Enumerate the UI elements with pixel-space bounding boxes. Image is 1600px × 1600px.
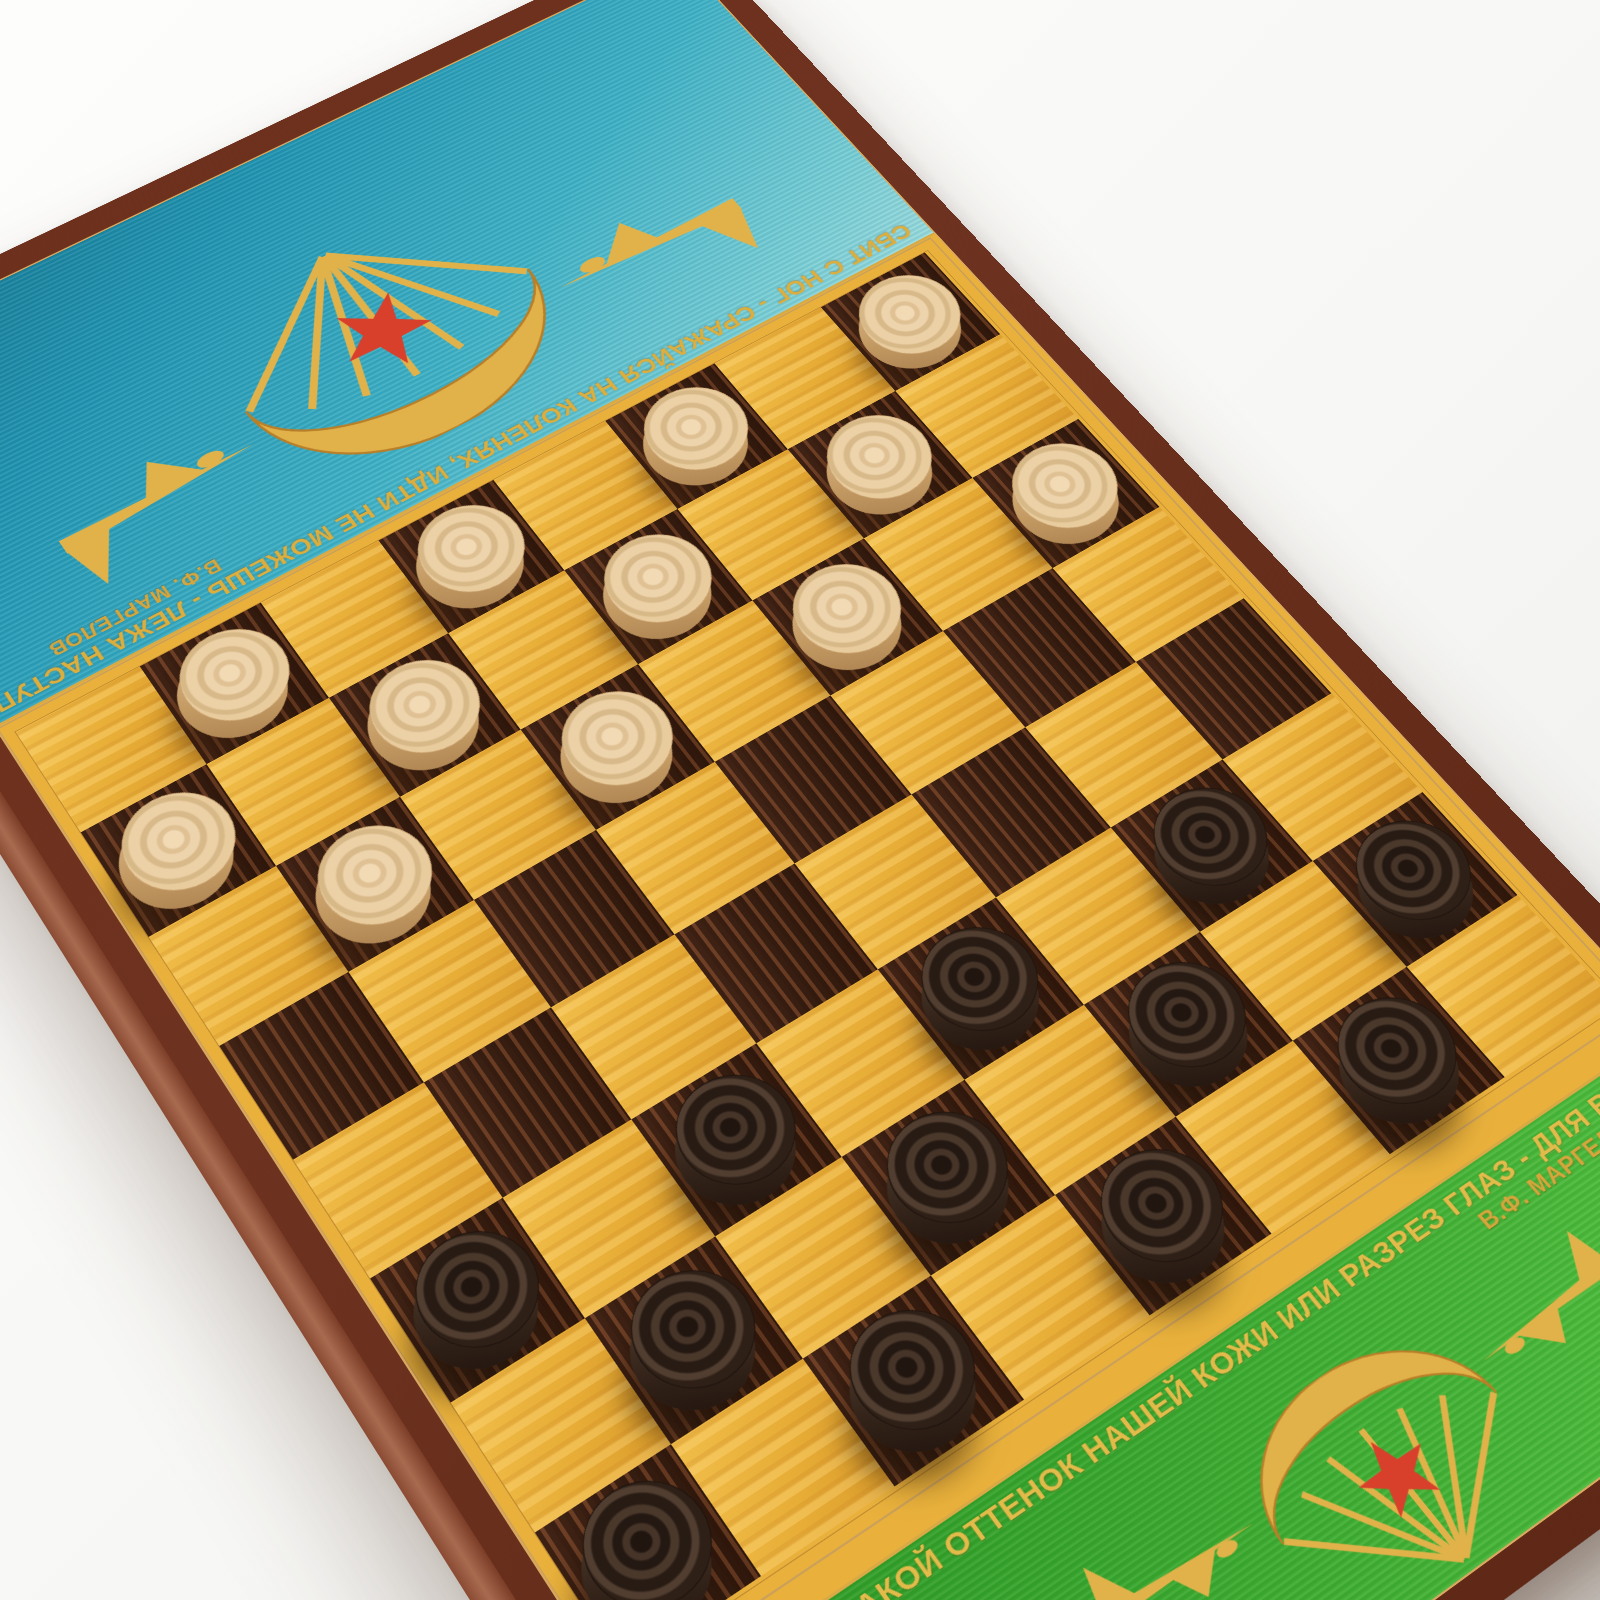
black-checker[interactable] xyxy=(1105,950,1271,1097)
square-g5[interactable] xyxy=(424,1007,631,1197)
board-print-area: СБИТ С НОГ - СРАЖАЙСЯ НА КОЛЕНЯХ, ИДТИ Н… xyxy=(0,0,1600,1600)
checker-side xyxy=(557,1479,737,1600)
square-e6[interactable] xyxy=(756,969,964,1157)
square-a7[interactable] xyxy=(1313,792,1518,967)
checker-top xyxy=(101,774,256,911)
checker-top xyxy=(1076,1128,1248,1285)
checker-top xyxy=(558,1456,737,1600)
checker-top xyxy=(653,1054,820,1207)
checker-side xyxy=(295,824,453,964)
square-g7[interactable] xyxy=(585,1236,803,1444)
square-e4[interactable] xyxy=(596,762,795,935)
checker-side xyxy=(652,1073,819,1227)
checker-side xyxy=(390,1229,561,1392)
checker-side xyxy=(606,1268,780,1434)
square-h8[interactable] xyxy=(535,1444,761,1600)
checker-top xyxy=(898,907,1061,1051)
checker-top xyxy=(825,1287,1000,1454)
checker-top xyxy=(1104,942,1270,1088)
black-checker[interactable] xyxy=(558,1466,738,1600)
checker-side xyxy=(863,1110,1033,1266)
square-f7[interactable] xyxy=(715,1157,931,1359)
black-checker[interactable] xyxy=(607,1257,780,1422)
checker-side xyxy=(1131,786,1292,924)
square-g6[interactable] xyxy=(503,1119,716,1318)
square-a8[interactable] xyxy=(1407,895,1600,1077)
vdv-parachute-emblem-icon xyxy=(1059,1208,1600,1600)
square-d6[interactable] xyxy=(878,897,1084,1079)
green-quote: НЕ ВАЖНО КАКОЙ ОТТЕНОК НАШЕЙ КОЖИ ИЛИ РА… xyxy=(663,1041,1600,1600)
checker-top xyxy=(297,806,454,945)
square-e8[interactable] xyxy=(931,1195,1150,1400)
square-d5[interactable] xyxy=(795,794,996,969)
checker-top xyxy=(607,1248,780,1413)
square-f4[interactable] xyxy=(474,830,675,1007)
square-h5[interactable] xyxy=(293,1082,503,1278)
green-flag-panel: НЕ ВАЖНО КАКОЙ ОТТЕНОК НАШЕЙ КОЖИ ИЛИ РА… xyxy=(640,1025,1600,1600)
green-quote-strip: НЕ ВАЖНО КАКОЙ ОТТЕНОК НАШЕЙ КОЖИ ИЛИ РА… xyxy=(645,1032,1600,1600)
square-e5[interactable] xyxy=(675,863,878,1043)
checker-top xyxy=(1313,977,1481,1125)
square-g8[interactable] xyxy=(671,1359,895,1576)
checker-side xyxy=(898,926,1062,1071)
black-checker[interactable] xyxy=(825,1297,1001,1465)
square-e7[interactable] xyxy=(842,1080,1055,1276)
square-d7[interactable] xyxy=(965,1005,1176,1195)
white-checker[interactable] xyxy=(296,814,453,953)
square-b8[interactable] xyxy=(1293,967,1505,1154)
green-attribution: В.Ф. МАРГЕЛОВ xyxy=(684,1066,1600,1600)
black-checker[interactable] xyxy=(392,1218,563,1381)
square-d8[interactable] xyxy=(1055,1117,1271,1316)
black-checker[interactable] xyxy=(1314,985,1482,1134)
checker-side xyxy=(99,791,254,929)
checker-top xyxy=(1130,769,1290,906)
checker-top xyxy=(392,1209,562,1371)
checker-side xyxy=(825,1308,1001,1476)
square-h6[interactable] xyxy=(370,1198,585,1403)
black-checker[interactable] xyxy=(653,1063,820,1216)
square-h3[interactable] xyxy=(149,866,349,1046)
square-g3[interactable] xyxy=(276,797,474,972)
checker-top xyxy=(863,1090,1032,1245)
checkers-board: СБИТ С НОГ - СРАЖАЙСЯ НА КОЛЕНЯХ, ИДТИ Н… xyxy=(0,0,1600,1600)
black-checker[interactable] xyxy=(863,1099,1033,1255)
checker-side xyxy=(1077,1147,1249,1305)
black-checker[interactable] xyxy=(1131,777,1291,914)
square-c7[interactable] xyxy=(1084,932,1293,1117)
black-checker[interactable] xyxy=(1334,809,1497,948)
scene: СБИТ С НОГ - СРАЖАЙСЯ НА КОЛЕНЯХ, ИДТИ Н… xyxy=(0,0,1600,1600)
checker-side xyxy=(1334,819,1497,958)
checker-side xyxy=(1105,960,1271,1107)
square-h7[interactable] xyxy=(451,1318,671,1532)
black-checker[interactable] xyxy=(899,916,1063,1061)
square-g4[interactable] xyxy=(348,900,551,1082)
square-b7[interactable] xyxy=(1200,861,1407,1041)
white-checker[interactable] xyxy=(101,781,256,918)
checker-side xyxy=(1315,996,1484,1145)
square-f6[interactable] xyxy=(631,1043,841,1236)
square-h2[interactable] xyxy=(81,764,276,937)
square-f5[interactable] xyxy=(551,934,756,1119)
square-c8[interactable] xyxy=(1176,1041,1390,1234)
square-f8[interactable] xyxy=(803,1276,1024,1487)
black-checker[interactable] xyxy=(1077,1136,1249,1294)
square-c6[interactable] xyxy=(996,828,1200,1005)
square-h4[interactable] xyxy=(219,972,424,1160)
checker-top xyxy=(1332,802,1494,940)
